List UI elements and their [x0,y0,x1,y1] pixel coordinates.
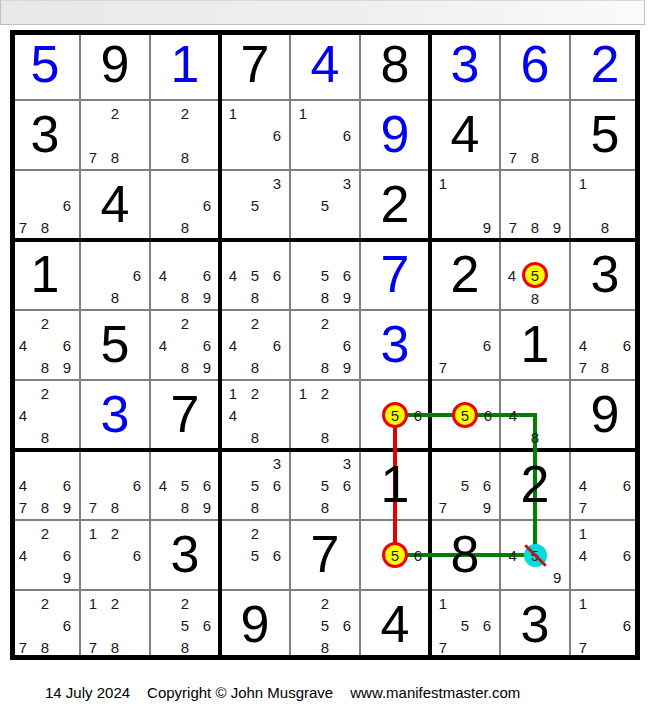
cell-r1c1[interactable]: 5 [10,30,80,100]
cell-r4c4[interactable]: 4568 [220,240,290,310]
candidate-2: 2 [34,592,56,614]
candidate-9: 9 [476,496,498,518]
given-digit: 3 [150,520,220,590]
candidate-4: 4 [572,474,594,496]
solved-digit: 3 [80,380,150,450]
candidate-8: 8 [594,216,616,238]
candidate-4: 4 [12,334,34,356]
cell-r8c1[interactable]: 2469 [10,520,80,590]
candidate-8: 8 [104,496,126,518]
cell-r4c2[interactable]: 68 [80,240,150,310]
given-digit: 1 [10,240,80,310]
candidate-6: 6 [476,474,498,496]
cell-r6c7[interactable]: 56 [430,380,500,450]
cell-r4c3[interactable]: 4689 [150,240,220,310]
candidate-2: 2 [104,522,126,544]
candidate-6: 6 [336,474,358,496]
candidate-4: 4 [222,404,244,426]
candidate-6: 6 [616,544,638,566]
cell-r1c8[interactable]: 6 [500,30,570,100]
pencil-marks: 5679 [430,450,500,520]
candidate-8: 8 [34,356,56,378]
pencil-marks: 789 [500,170,570,240]
candidate-8: 8 [522,288,548,308]
cell-r2c8[interactable]: 78 [500,100,570,170]
cell-r3c1[interactable]: 678 [10,170,80,240]
pencil-marks: 24689 [150,310,220,380]
given-digit: 3 [500,590,570,660]
candidate-5: 5 [174,614,196,636]
candidate-2: 2 [244,312,266,334]
footer-copyright: Copyright © John Musgrave [147,684,333,701]
pencil-marks: 16 [220,100,290,170]
given-digit: 5 [80,310,150,380]
cell-r2c2[interactable]: 278 [80,100,150,170]
pencil-marks: 68 [150,170,220,240]
cell-r9c7[interactable]: 1567 [430,590,500,660]
cell-r8c8[interactable]: 459 [500,520,570,590]
cell-r2c5[interactable]: 16 [290,100,360,170]
solved-digit: 2 [570,30,640,100]
candidate-6: 6 [336,124,358,146]
pencil-marks: 78 [500,100,570,170]
candidate-2: 2 [34,382,56,404]
candidate-4: 4 [152,474,174,496]
cell-r5c4[interactable]: 2468 [220,310,290,380]
cell-r3c9[interactable]: 18 [570,170,640,240]
pencil-marks: 67 [430,310,500,380]
candidate-6: 6 [408,542,428,568]
cell-r6c5[interactable]: 128 [290,380,360,450]
solved-digit: 9 [360,100,430,170]
candidate-8: 8 [174,636,196,658]
candidate-2: 2 [174,102,196,124]
pencil-marks: 4678 [570,310,640,380]
footer-date: 14 July 2024 [45,684,130,701]
candidate-7: 7 [12,496,34,518]
candidate-8: 8 [524,216,546,238]
cell-r1c3[interactable]: 1 [150,30,220,100]
candidate-7: 7 [572,636,594,658]
sudoku-board[interactable]: 5917483623278281616947856784683535219789… [10,30,640,660]
solved-digit: 3 [360,310,430,380]
solved-digit: 7 [360,240,430,310]
cell-r5c2[interactable]: 5 [80,310,150,380]
candidate-7: 7 [12,216,34,238]
candidate-6: 6 [266,544,288,566]
pencil-marks: 459 [500,520,570,590]
candidate-1: 1 [222,102,244,124]
cell-r8c4[interactable]: 256 [220,520,290,590]
cell-r7c3[interactable]: 45689 [150,450,220,520]
candidate-2: 2 [174,312,196,334]
candidate-8: 8 [314,286,336,308]
candidate-9: 9 [547,567,569,589]
given-digit: 5 [570,100,640,170]
candidate-5: 5 [244,264,266,286]
candidate-6: 6 [336,264,358,286]
pencil-marks: 28 [150,100,220,170]
candidate-1: 1 [292,102,314,124]
candidate-5: 5 [244,474,266,496]
given-digit: 3 [570,240,640,310]
candidate-5: 5 [454,474,476,496]
footer-url[interactable]: www.manifestmaster.com [350,684,520,701]
pencil-marks: 1567 [430,590,500,660]
candidate-6: 6 [56,334,78,356]
candidate-1: 1 [432,172,454,194]
cell-r6c3[interactable]: 7 [150,380,220,450]
cell-r6c6[interactable]: 56 [360,380,430,450]
cell-r1c4[interactable]: 7 [220,30,290,100]
candidate-6: 6 [56,194,78,216]
candidate-9: 9 [56,356,78,378]
pencil-marks: 146 [570,520,640,590]
candidate-6: 6 [336,614,358,636]
cell-r5c9[interactable]: 4678 [570,310,640,380]
circled-candidate-5: 5 [522,262,548,288]
candidate-9: 9 [196,286,218,308]
candidate-8: 8 [174,216,196,238]
cell-r6c1[interactable]: 248 [10,380,80,450]
given-digit: 2 [500,450,570,520]
pencil-marks: 16 [290,100,360,170]
candidate-8: 8 [524,146,546,168]
candidate-9: 9 [336,356,358,378]
candidate-6: 6 [126,264,148,286]
candidate-6: 6 [616,614,638,636]
candidate-4: 4 [572,334,594,356]
candidate-3: 3 [266,452,288,474]
candidate-6: 6 [616,474,638,496]
candidate-8: 8 [314,636,336,658]
candidate-9: 9 [56,566,78,588]
cell-r7c7[interactable]: 5679 [430,450,500,520]
candidate-8: 8 [314,356,336,378]
pencil-marks: 278 [80,100,150,170]
candidate-4: 4 [12,474,34,496]
cell-r9c3[interactable]: 2568 [150,590,220,660]
candidate-4: 4 [502,544,524,567]
given-digit: 7 [290,520,360,590]
cell-r3c7[interactable]: 19 [430,170,500,240]
candidate-6: 6 [616,334,638,356]
cell-r7c2[interactable]: 678 [80,450,150,520]
candidate-9: 9 [196,496,218,518]
pencil-marks: 18 [570,170,640,240]
pencil-marks: 35 [290,170,360,240]
candidate-7: 7 [432,636,454,658]
cell-r8c9[interactable]: 146 [570,520,640,590]
candidate-6: 6 [266,334,288,356]
candidate-7: 7 [82,496,104,518]
cell-r9c6[interactable]: 4 [360,590,430,660]
candidate-5: 5 [314,194,336,216]
candidate-5: 5 [314,614,336,636]
cell-r3c4[interactable]: 35 [220,170,290,240]
pencil-marks: 2568 [290,590,360,660]
candidate-4: 4 [222,334,244,356]
cell-r1c6[interactable]: 8 [360,30,430,100]
solved-digit: 3 [430,30,500,100]
candidate-8: 8 [34,216,56,238]
given-digit: 9 [570,380,640,450]
candidate-3: 3 [266,172,288,194]
candidate-9: 9 [476,216,498,238]
pencil-marks: 46789 [10,450,80,520]
pencil-marks: 248 [10,380,80,450]
given-digit: 4 [360,590,430,660]
candidate-2: 2 [104,592,126,614]
cell-r9c2[interactable]: 1278 [80,590,150,660]
cell-r8c2[interactable]: 126 [80,520,150,590]
candidate-7: 7 [82,146,104,168]
cell-r2c4[interactable]: 16 [220,100,290,170]
pencil-marks: 458 [500,240,570,310]
candidate-2: 2 [314,382,336,404]
candidate-4: 4 [502,262,522,288]
given-digit: 1 [360,450,430,520]
pencil-marks: 3568 [290,450,360,520]
cell-r2c9[interactable]: 5 [570,100,640,170]
candidate-1: 1 [572,592,594,614]
solved-digit: 4 [290,30,360,100]
cell-r1c9[interactable]: 2 [570,30,640,100]
candidate-2: 2 [34,312,56,334]
cell-r9c4[interactable]: 9 [220,590,290,660]
cell-r5c3[interactable]: 24689 [150,310,220,380]
given-digit: 1 [500,310,570,380]
pencil-marks: 2468 [220,310,290,380]
cell-r1c2[interactable]: 9 [80,30,150,100]
candidate-8: 8 [174,356,196,378]
candidate-6: 6 [56,614,78,636]
cell-r5c7[interactable]: 67 [430,310,500,380]
candidate-8: 8 [314,426,336,448]
candidate-8: 8 [524,426,546,448]
given-digit: 7 [220,30,290,100]
candidate-1: 1 [432,592,454,614]
solved-digit: 5 [10,30,80,100]
candidate-6: 6 [196,334,218,356]
cell-r8c5[interactable]: 7 [290,520,360,590]
candidate-8: 8 [174,286,196,308]
candidate-8: 8 [34,496,56,518]
candidate-4: 4 [152,264,174,286]
candidate-9: 9 [336,286,358,308]
candidate-5: 5 [454,614,476,636]
candidate-8: 8 [104,286,126,308]
candidate-6: 6 [266,264,288,286]
candidate-3: 3 [336,452,358,474]
cell-r2c7[interactable]: 4 [430,100,500,170]
candidate-1: 1 [222,382,244,404]
cell-r7c4[interactable]: 3568 [220,450,290,520]
cell-r6c9[interactable]: 9 [570,380,640,450]
candidate-6: 6 [266,474,288,496]
cell-r3c3[interactable]: 68 [150,170,220,240]
cell-r7c5[interactable]: 3568 [290,450,360,520]
candidate-5: 5 [174,474,196,496]
cell-r3c8[interactable]: 789 [500,170,570,240]
candidate-5: 5 [244,194,266,216]
cell-r4c1[interactable]: 1 [10,240,80,310]
candidate-1: 1 [572,522,594,544]
given-digit: 8 [360,30,430,100]
candidate-9: 9 [196,356,218,378]
pencil-marks: 2568 [150,590,220,660]
pencil-marks: 4568 [220,240,290,310]
cell-r2c1[interactable]: 3 [10,100,80,170]
candidate-1: 1 [572,172,594,194]
pencil-marks: 256 [220,520,290,590]
candidate-4: 4 [12,404,34,426]
circled-candidate-5: 5 [382,402,408,428]
candidate-2: 2 [174,592,196,614]
candidate-4: 4 [12,544,34,566]
candidate-6: 6 [408,402,428,428]
eliminated-candidate-5: 5 [524,544,547,567]
candidate-8: 8 [104,146,126,168]
candidate-2: 2 [314,592,336,614]
cell-r7c9[interactable]: 467 [570,450,640,520]
candidate-6: 6 [56,474,78,496]
cell-r6c4[interactable]: 1248 [220,380,290,450]
cell-r9c5[interactable]: 2568 [290,590,360,660]
cell-r4c8[interactable]: 458 [500,240,570,310]
candidate-1: 1 [82,592,104,614]
cell-r2c6[interactable]: 9 [360,100,430,170]
cell-r4c6[interactable]: 7 [360,240,430,310]
top-divider-bar [0,0,645,25]
cell-r4c7[interactable]: 2 [430,240,500,310]
candidate-4: 4 [502,404,524,426]
candidate-8: 8 [244,356,266,378]
candidate-2: 2 [34,522,56,544]
candidate-8: 8 [174,496,196,518]
cell-r5c1[interactable]: 24689 [10,310,80,380]
pencil-marks: 45689 [150,450,220,520]
cell-r6c2[interactable]: 3 [80,380,150,450]
candidate-5: 5 [314,474,336,496]
cell-r3c5[interactable]: 35 [290,170,360,240]
solved-digit: 6 [500,30,570,100]
candidate-8: 8 [174,146,196,168]
candidate-6: 6 [478,402,498,428]
cell-r5c6[interactable]: 3 [360,310,430,380]
pencil-marks: 167 [570,590,640,660]
given-digit: 4 [430,100,500,170]
pencil-marks: 3568 [220,450,290,520]
candidate-5: 5 [244,544,266,566]
solved-digit: 1 [150,30,220,100]
pencil-marks: 2678 [10,590,80,660]
pencil-marks: 128 [290,380,360,450]
cell-r5c5[interactable]: 2689 [290,310,360,380]
cell-r9c1[interactable]: 2678 [10,590,80,660]
pencil-marks: 2689 [290,310,360,380]
cell-r7c1[interactable]: 46789 [10,450,80,520]
cell-r3c2[interactable]: 4 [80,170,150,240]
candidate-7: 7 [502,216,524,238]
candidate-7: 7 [572,496,594,518]
candidate-9: 9 [546,216,568,238]
pencil-marks: 35 [220,170,290,240]
candidate-6: 6 [196,614,218,636]
candidate-9: 9 [56,496,78,518]
cell-r9c8[interactable]: 3 [500,590,570,660]
cell-r1c5[interactable]: 4 [290,30,360,100]
circled-candidate-5: 5 [452,402,478,428]
pencil-marks: 4689 [150,240,220,310]
cell-r2c3[interactable]: 28 [150,100,220,170]
candidate-7: 7 [12,636,34,658]
pencil-marks: 5689 [290,240,360,310]
candidate-6: 6 [476,614,498,636]
given-digit: 3 [10,100,80,170]
candidate-1: 1 [82,522,104,544]
cell-r1c7[interactable]: 3 [430,30,500,100]
cell-r8c6[interactable]: 56 [360,520,430,590]
pencil-marks: 56 [360,380,430,450]
candidate-8: 8 [104,636,126,658]
cell-r3c6[interactable]: 2 [360,170,430,240]
candidate-6: 6 [196,474,218,496]
pencil-marks: 56 [360,520,430,590]
candidate-4: 4 [222,264,244,286]
candidate-5: 5 [314,264,336,286]
cell-r9c9[interactable]: 167 [570,590,640,660]
given-digit: 2 [430,240,500,310]
pencil-marks: 56 [430,380,500,450]
candidate-3: 3 [336,172,358,194]
candidate-7: 7 [502,146,524,168]
given-digit: 7 [150,380,220,450]
pencil-marks: 19 [430,170,500,240]
candidate-8: 8 [244,286,266,308]
candidate-6: 6 [196,194,218,216]
candidate-6: 6 [476,334,498,356]
cell-r5c8[interactable]: 1 [500,310,570,380]
candidate-1: 1 [292,382,314,404]
cell-r8c7[interactable]: 8 [430,520,500,590]
cell-r8c3[interactable]: 3 [150,520,220,590]
cell-r6c8[interactable]: 48 [500,380,570,450]
cell-r4c9[interactable]: 3 [570,240,640,310]
candidate-8: 8 [34,426,56,448]
cell-r4c5[interactable]: 5689 [290,240,360,310]
given-digit: 9 [80,30,150,100]
candidate-6: 6 [126,474,148,496]
given-digit: 9 [220,590,290,660]
pencil-marks: 1248 [220,380,290,450]
given-digit: 4 [80,170,150,240]
pencil-marks: 126 [80,520,150,590]
candidate-7: 7 [572,356,594,378]
pencil-marks: 1278 [80,590,150,660]
candidate-7: 7 [432,356,454,378]
pencil-marks: 678 [10,170,80,240]
candidate-4: 4 [572,544,594,566]
circled-candidate-5: 5 [382,542,408,568]
candidate-4: 4 [152,334,174,356]
pencil-marks: 48 [500,380,570,450]
candidate-8: 8 [314,496,336,518]
candidate-7: 7 [432,496,454,518]
cell-r7c6[interactable]: 1 [360,450,430,520]
candidate-2: 2 [314,312,336,334]
cell-r7c8[interactable]: 2 [500,450,570,520]
